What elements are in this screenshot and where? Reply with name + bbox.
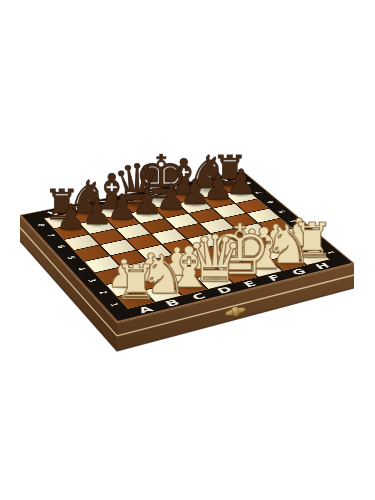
piece-black-pawn[interactable]: ♟ (56, 201, 87, 236)
piece-white-rook[interactable]: ♜ (114, 259, 157, 307)
chess-set-photo: 8877665544332211AABBCCDDEEFFGGHH ♜♞♝♛♚♝♞… (0, 0, 375, 500)
